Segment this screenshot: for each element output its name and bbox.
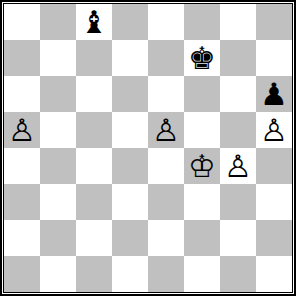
square-b8[interactable] (40, 4, 76, 40)
square-a3[interactable] (4, 184, 40, 220)
square-g7[interactable] (220, 40, 256, 76)
square-f6[interactable] (184, 76, 220, 112)
square-a8[interactable] (4, 4, 40, 40)
square-f5[interactable] (184, 112, 220, 148)
square-g8[interactable] (220, 4, 256, 40)
square-c8[interactable]: ♝ (76, 4, 112, 40)
piece-white-pawn[interactable]: ♙ (224, 148, 252, 184)
square-c6[interactable] (76, 76, 112, 112)
square-h4[interactable] (256, 148, 292, 184)
square-h7[interactable] (256, 40, 292, 76)
square-d8[interactable] (112, 4, 148, 40)
square-c5[interactable] (76, 112, 112, 148)
square-g6[interactable] (220, 76, 256, 112)
square-b1[interactable] (40, 256, 76, 292)
piece-black-king[interactable]: ♚ (188, 40, 216, 76)
square-d3[interactable] (112, 184, 148, 220)
piece-black-bishop[interactable]: ♝ (80, 4, 108, 40)
square-d7[interactable] (112, 40, 148, 76)
square-e7[interactable] (148, 40, 184, 76)
piece-black-pawn[interactable]: ♟ (260, 76, 288, 112)
square-d6[interactable] (112, 76, 148, 112)
square-e4[interactable] (148, 148, 184, 184)
square-f8[interactable] (184, 4, 220, 40)
piece-white-pawn[interactable]: ♙ (8, 112, 36, 148)
square-g2[interactable] (220, 220, 256, 256)
square-g1[interactable] (220, 256, 256, 292)
square-e5[interactable]: ♙ (148, 112, 184, 148)
square-c4[interactable] (76, 148, 112, 184)
square-d1[interactable] (112, 256, 148, 292)
square-a7[interactable] (4, 40, 40, 76)
square-h6[interactable]: ♟ (256, 76, 292, 112)
square-e1[interactable] (148, 256, 184, 292)
square-c1[interactable] (76, 256, 112, 292)
square-h5[interactable]: ♙ (256, 112, 292, 148)
square-d5[interactable] (112, 112, 148, 148)
square-c2[interactable] (76, 220, 112, 256)
piece-white-pawn[interactable]: ♙ (152, 112, 180, 148)
square-a5[interactable]: ♙ (4, 112, 40, 148)
chessboard: ♝♚♟♙♙♙♔♙ (4, 4, 292, 292)
square-b3[interactable] (40, 184, 76, 220)
square-d4[interactable] (112, 148, 148, 184)
square-f7[interactable]: ♚ (184, 40, 220, 76)
square-a2[interactable] (4, 220, 40, 256)
square-f2[interactable] (184, 220, 220, 256)
square-c3[interactable] (76, 184, 112, 220)
square-f1[interactable] (184, 256, 220, 292)
piece-white-pawn[interactable]: ♙ (260, 112, 288, 148)
square-b5[interactable] (40, 112, 76, 148)
square-c7[interactable] (76, 40, 112, 76)
square-e2[interactable] (148, 220, 184, 256)
square-b2[interactable] (40, 220, 76, 256)
square-e3[interactable] (148, 184, 184, 220)
square-g5[interactable] (220, 112, 256, 148)
square-b4[interactable] (40, 148, 76, 184)
square-h8[interactable] (256, 4, 292, 40)
square-a1[interactable] (4, 256, 40, 292)
square-f3[interactable] (184, 184, 220, 220)
square-a4[interactable] (4, 148, 40, 184)
square-e8[interactable] (148, 4, 184, 40)
square-h3[interactable] (256, 184, 292, 220)
chessboard-inner-border: ♝♚♟♙♙♙♔♙ (3, 3, 293, 293)
square-h1[interactable] (256, 256, 292, 292)
square-b7[interactable] (40, 40, 76, 76)
piece-white-king[interactable]: ♔ (188, 148, 216, 184)
square-a6[interactable] (4, 76, 40, 112)
square-g4[interactable]: ♙ (220, 148, 256, 184)
square-f4[interactable]: ♔ (184, 148, 220, 184)
square-g3[interactable] (220, 184, 256, 220)
chessboard-frame: ♝♚♟♙♙♙♔♙ (0, 0, 296, 296)
square-d2[interactable] (112, 220, 148, 256)
square-e6[interactable] (148, 76, 184, 112)
square-b6[interactable] (40, 76, 76, 112)
square-h2[interactable] (256, 220, 292, 256)
